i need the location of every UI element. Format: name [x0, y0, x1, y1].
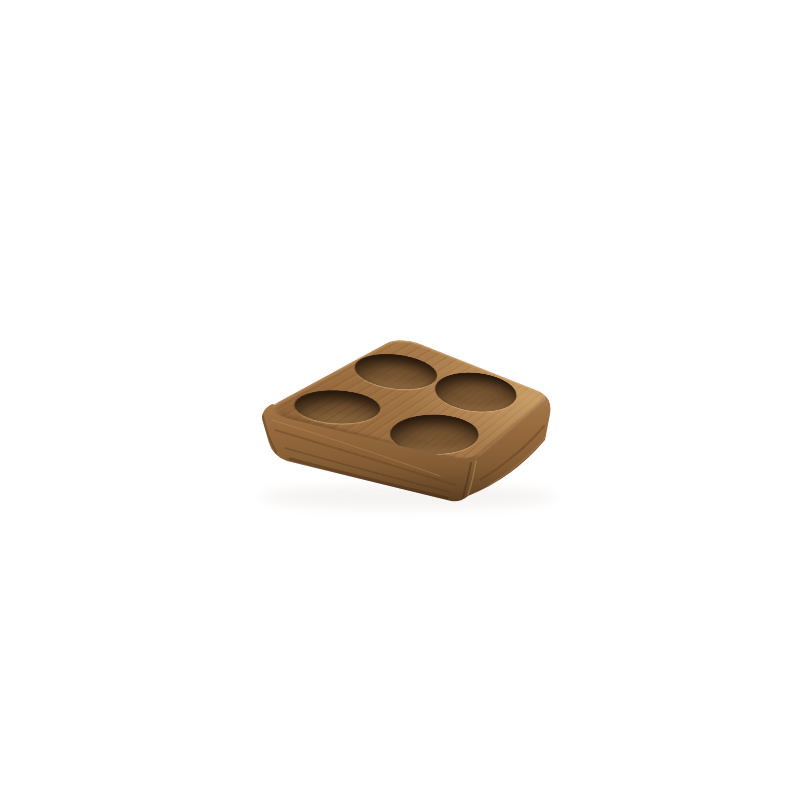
product-photo-stage: Mancala-style four-pit wooden board (emp…: [0, 0, 800, 800]
